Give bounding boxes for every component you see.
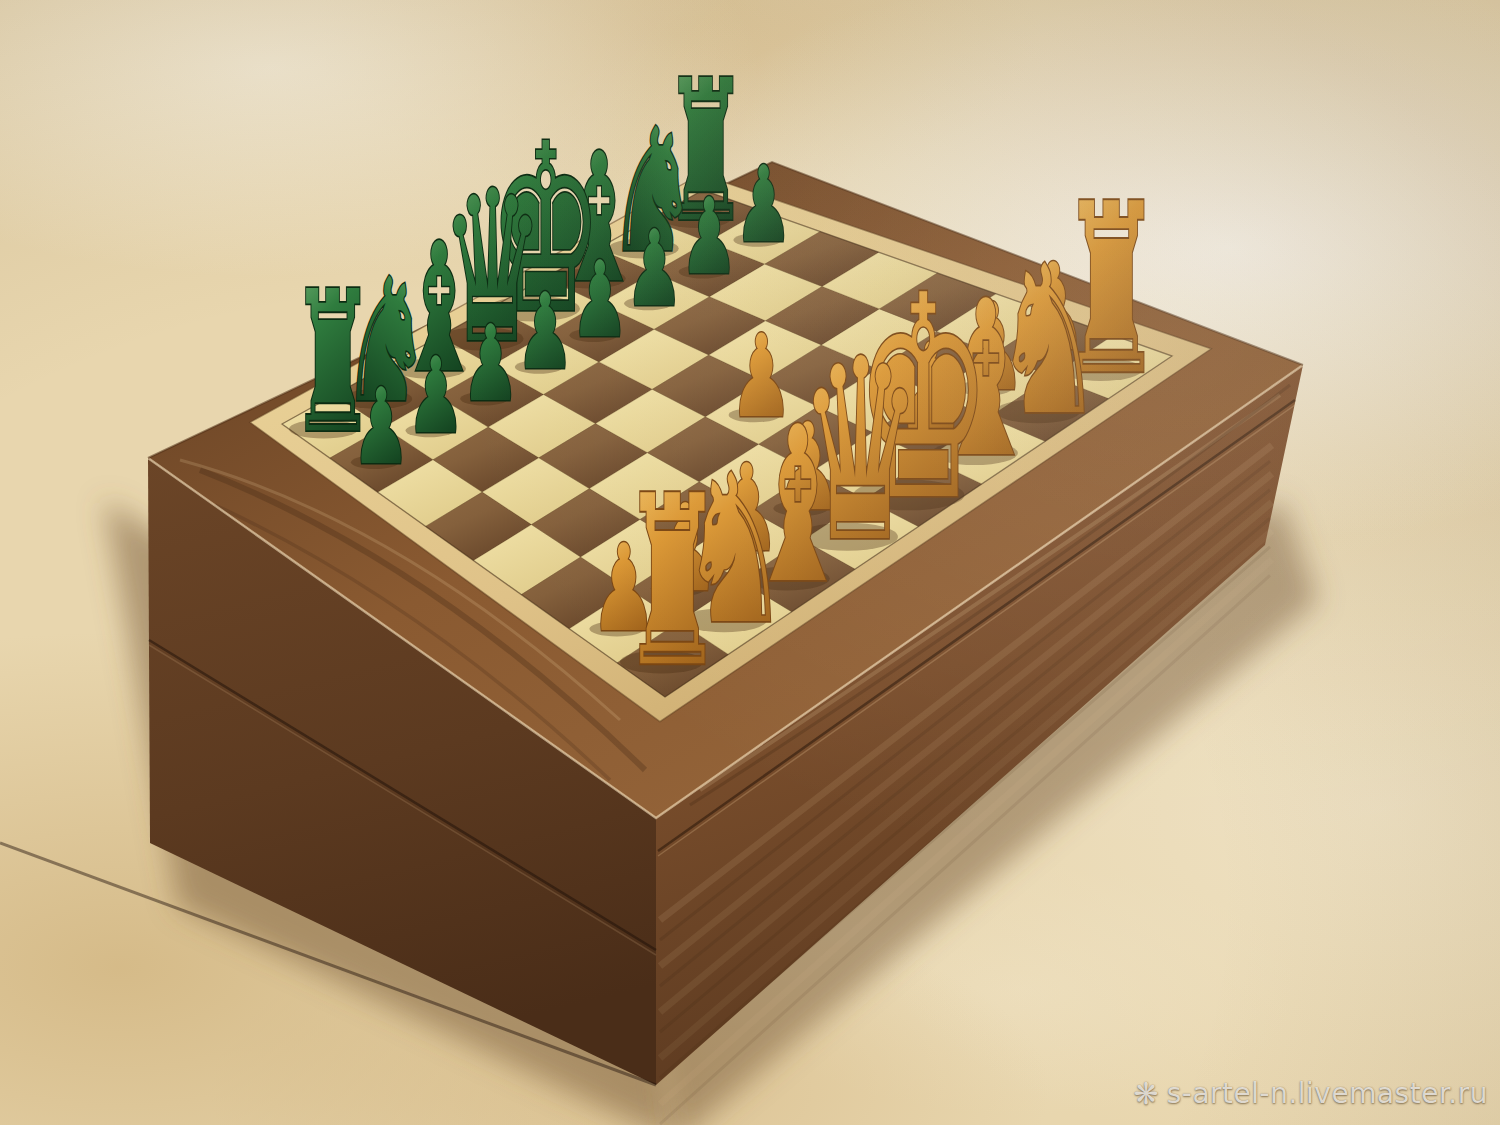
piece-black-pawn-g7: ♟	[679, 176, 738, 298]
piece-black-pawn-e7: ♟	[570, 239, 629, 361]
piece-black-pawn-b7: ♟	[406, 335, 465, 457]
piece-black-pawn-a7: ♟	[352, 366, 411, 488]
watermark-text: s-artel-n.livemaster.ru	[1167, 1077, 1488, 1110]
watermark: ❋ s-artel-n.livemaster.ru	[1134, 1077, 1488, 1110]
piece-black-pawn-f7: ♟	[625, 207, 684, 329]
chess-board: ♜♟♞♟♝♟♚♟♛♟♟♝♜♟♟♞♞♟♟♜♟♝♟♚♟♛♟♝♟♞♟♜	[0, 0, 1500, 1125]
piece-white-rook-a1: ♜	[621, 446, 723, 718]
piece-black-pawn-c7: ♟	[461, 303, 520, 425]
piece-black-pawn-d7: ♟	[516, 271, 575, 393]
photo-scene: ♜♟♞♟♝♟♚♟♛♟♟♝♜♟♟♞♞♟♟♜♟♝♟♚♟♛♟♝♟♞♟♜ ❋ s-art…	[0, 0, 1500, 1125]
snowflake-icon: ❋	[1134, 1079, 1159, 1109]
piece-black-pawn-h7: ♟	[734, 144, 793, 266]
